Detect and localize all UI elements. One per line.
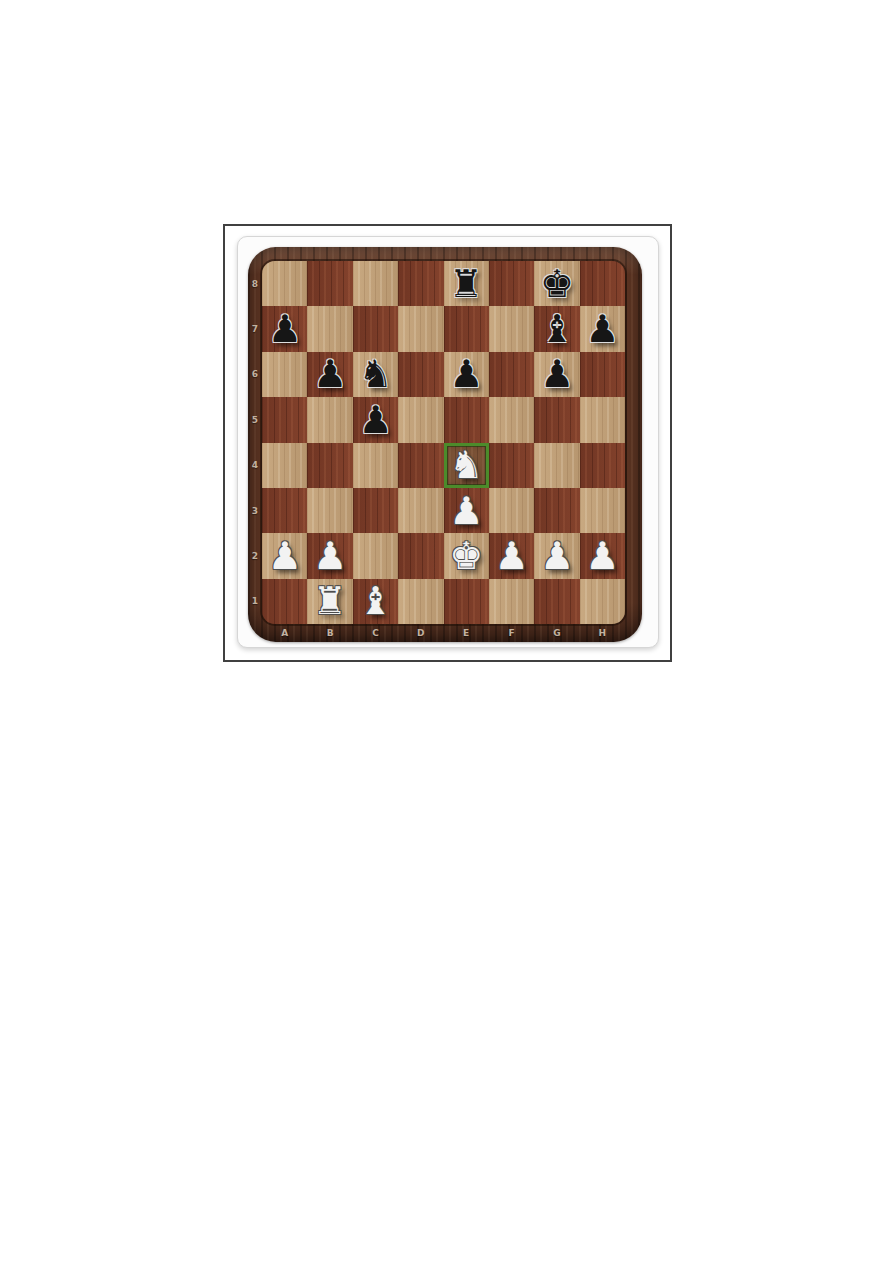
white-pawn[interactable]: ♟	[534, 533, 579, 578]
white-knight[interactable]: ♞	[444, 443, 489, 488]
square-e4[interactable]: ♞	[444, 443, 489, 488]
board-card: 87654321 ABCDEFGH ♜♚♟♝♟♟♞♟♟♟♞♟♟♟♚♟♟♟♜♝	[237, 236, 659, 648]
square-a2[interactable]: ♟	[262, 533, 307, 578]
square-e6[interactable]: ♟	[444, 352, 489, 397]
square-g3[interactable]	[534, 488, 579, 533]
square-f5[interactable]	[489, 397, 534, 442]
file-label-f: F	[489, 624, 534, 642]
square-b3[interactable]	[307, 488, 352, 533]
file-label-d: D	[398, 624, 443, 642]
square-b1[interactable]: ♜	[307, 579, 352, 624]
rank-labels: 87654321	[248, 261, 262, 624]
rank-label-4: 4	[248, 443, 262, 488]
square-f2[interactable]: ♟	[489, 533, 534, 578]
square-h3[interactable]	[580, 488, 625, 533]
square-f1[interactable]	[489, 579, 534, 624]
square-d1[interactable]	[398, 579, 443, 624]
square-g4[interactable]	[534, 443, 579, 488]
black-knight[interactable]: ♞	[353, 352, 398, 397]
square-g5[interactable]	[534, 397, 579, 442]
square-g8[interactable]: ♚	[534, 261, 579, 306]
black-rook[interactable]: ♜	[444, 261, 489, 306]
square-c4[interactable]	[353, 443, 398, 488]
square-b4[interactable]	[307, 443, 352, 488]
square-h6[interactable]	[580, 352, 625, 397]
white-pawn[interactable]: ♟	[489, 533, 534, 578]
board-frame: 87654321 ABCDEFGH ♜♚♟♝♟♟♞♟♟♟♞♟♟♟♚♟♟♟♜♝	[248, 247, 642, 642]
square-f8[interactable]	[489, 261, 534, 306]
square-a1[interactable]	[262, 579, 307, 624]
board-panel: 87654321 ABCDEFGH ♜♚♟♝♟♟♞♟♟♟♞♟♟♟♚♟♟♟♜♝	[223, 224, 672, 662]
square-h1[interactable]	[580, 579, 625, 624]
square-a5[interactable]	[262, 397, 307, 442]
white-pawn[interactable]: ♟	[307, 533, 352, 578]
white-pawn[interactable]: ♟	[444, 488, 489, 533]
square-d3[interactable]	[398, 488, 443, 533]
square-d5[interactable]	[398, 397, 443, 442]
square-c6[interactable]: ♞	[353, 352, 398, 397]
white-pawn[interactable]: ♟	[580, 533, 625, 578]
square-a3[interactable]	[262, 488, 307, 533]
square-a4[interactable]	[262, 443, 307, 488]
square-e3[interactable]: ♟	[444, 488, 489, 533]
square-f4[interactable]	[489, 443, 534, 488]
square-b5[interactable]	[307, 397, 352, 442]
white-pawn[interactable]: ♟	[262, 533, 307, 578]
rank-label-7: 7	[248, 306, 262, 351]
square-c3[interactable]	[353, 488, 398, 533]
square-f3[interactable]	[489, 488, 534, 533]
square-b8[interactable]	[307, 261, 352, 306]
square-g7[interactable]: ♝	[534, 306, 579, 351]
square-d7[interactable]	[398, 306, 443, 351]
square-b6[interactable]: ♟	[307, 352, 352, 397]
file-label-a: A	[262, 624, 307, 642]
black-pawn[interactable]: ♟	[307, 352, 352, 397]
square-c5[interactable]: ♟	[353, 397, 398, 442]
square-e8[interactable]: ♜	[444, 261, 489, 306]
square-g6[interactable]: ♟	[534, 352, 579, 397]
file-label-b: B	[307, 624, 352, 642]
white-bishop[interactable]: ♝	[353, 579, 398, 624]
square-e7[interactable]	[444, 306, 489, 351]
square-g2[interactable]: ♟	[534, 533, 579, 578]
square-c8[interactable]	[353, 261, 398, 306]
rank-label-2: 2	[248, 533, 262, 578]
square-c2[interactable]	[353, 533, 398, 578]
black-bishop[interactable]: ♝	[534, 306, 579, 351]
black-pawn[interactable]: ♟	[534, 352, 579, 397]
file-label-c: C	[353, 624, 398, 642]
square-h7[interactable]: ♟	[580, 306, 625, 351]
chess-board: ♜♚♟♝♟♟♞♟♟♟♞♟♟♟♚♟♟♟♜♝	[262, 261, 625, 624]
rank-label-1: 1	[248, 579, 262, 624]
rank-label-3: 3	[248, 488, 262, 533]
square-b2[interactable]: ♟	[307, 533, 352, 578]
square-h5[interactable]	[580, 397, 625, 442]
black-pawn[interactable]: ♟	[262, 306, 307, 351]
rank-label-8: 8	[248, 261, 262, 306]
square-d4[interactable]	[398, 443, 443, 488]
white-rook[interactable]: ♜	[307, 579, 352, 624]
file-labels: ABCDEFGH	[262, 624, 625, 642]
square-h8[interactable]	[580, 261, 625, 306]
square-e2[interactable]: ♚	[444, 533, 489, 578]
file-label-e: E	[444, 624, 489, 642]
file-label-g: G	[534, 624, 579, 642]
square-a6[interactable]	[262, 352, 307, 397]
square-d8[interactable]	[398, 261, 443, 306]
rank-label-5: 5	[248, 397, 262, 442]
square-c1[interactable]: ♝	[353, 579, 398, 624]
black-pawn[interactable]: ♟	[353, 397, 398, 442]
white-king[interactable]: ♚	[444, 533, 489, 578]
square-f7[interactable]	[489, 306, 534, 351]
black-pawn[interactable]: ♟	[444, 352, 489, 397]
square-e5[interactable]	[444, 397, 489, 442]
square-d6[interactable]	[398, 352, 443, 397]
black-pawn[interactable]: ♟	[580, 306, 625, 351]
square-a8[interactable]	[262, 261, 307, 306]
square-a7[interactable]: ♟	[262, 306, 307, 351]
square-c7[interactable]	[353, 306, 398, 351]
square-h2[interactable]: ♟	[580, 533, 625, 578]
square-b7[interactable]	[307, 306, 352, 351]
square-f6[interactable]	[489, 352, 534, 397]
square-h4[interactable]	[580, 443, 625, 488]
rank-label-6: 6	[248, 352, 262, 397]
page-background: 87654321 ABCDEFGH ♜♚♟♝♟♟♞♟♟♟♞♟♟♟♚♟♟♟♜♝	[0, 0, 893, 1263]
square-e1[interactable]	[444, 579, 489, 624]
square-d2[interactable]	[398, 533, 443, 578]
square-g1[interactable]	[534, 579, 579, 624]
file-label-h: H	[580, 624, 625, 642]
black-king[interactable]: ♚	[534, 261, 579, 306]
